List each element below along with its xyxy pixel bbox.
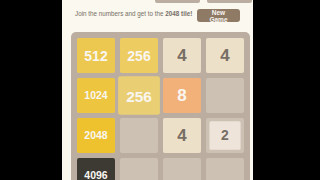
title-text: 2048 xyxy=(80,0,124,4)
video-frame: 2048 Join the numbers and get to the 204… xyxy=(0,0,320,180)
cell-r3c0: 4096 xyxy=(77,158,115,180)
tile-2: 2 xyxy=(209,121,240,150)
cell-r0c2: 4 xyxy=(163,38,201,73)
subtitle-bold: 2048 tile! xyxy=(165,10,192,17)
cell-r3c2 xyxy=(163,158,201,180)
cell-r0c0: 512 xyxy=(77,38,115,73)
cell-r1c2: 8 xyxy=(163,78,201,113)
cell-r0c3: 4 xyxy=(206,38,244,73)
tile-512: 512 xyxy=(77,38,115,73)
best-box xyxy=(207,0,252,3)
tile-4096: 4096 xyxy=(77,158,115,180)
tile-4: 4 xyxy=(163,118,201,153)
tile-4: 4 xyxy=(163,38,201,73)
board-grid[interactable]: 51225644102425682048424096 xyxy=(77,38,244,180)
cell-r2c0: 2048 xyxy=(77,118,115,153)
cell-r3c1 xyxy=(120,158,158,180)
cell-r1c3 xyxy=(206,78,244,113)
tile-2048: 2048 xyxy=(77,118,115,153)
tile-256: 256 xyxy=(118,76,160,115)
cell-r2c3: 2 xyxy=(206,118,244,153)
game-board[interactable]: 51225644102425682048424096 xyxy=(71,32,250,180)
cell-r0c1: 256 xyxy=(120,38,158,73)
tile-256: 256 xyxy=(120,38,158,73)
new-game-button[interactable]: New Game xyxy=(197,9,240,22)
tile-8: 8 xyxy=(163,78,201,113)
cell-r1c1: 256 xyxy=(120,78,158,113)
cell-r2c1 xyxy=(120,118,158,153)
subtitle-normal: Join the numbers and get to the xyxy=(75,10,165,17)
tile-4: 4 xyxy=(206,38,244,73)
tile-1024: 1024 xyxy=(77,78,115,113)
game-page: 2048 Join the numbers and get to the 204… xyxy=(62,0,253,180)
score-box xyxy=(155,0,200,3)
subtitle: Join the numbers and get to the 2048 til… xyxy=(75,10,192,17)
cell-r2c2: 4 xyxy=(163,118,201,153)
page-title: 2048 xyxy=(80,0,124,4)
cell-r1c0: 1024 xyxy=(77,78,115,113)
cell-r3c3 xyxy=(206,158,244,180)
